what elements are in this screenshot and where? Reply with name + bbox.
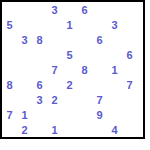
- sudoku-cell-r7c9[interactable]: [122, 92, 137, 108]
- sudoku-cell-r4c4[interactable]: [47, 47, 63, 63]
- sudoku-cell-r2c1[interactable]: 5: [2, 17, 18, 33]
- sudoku-cell-r8c1[interactable]: 7: [2, 107, 18, 123]
- sudoku-cell-r4c1[interactable]: [2, 47, 18, 63]
- sudoku-cell-r1c9[interactable]: [122, 2, 137, 18]
- sudoku-cell-r5c7[interactable]: [92, 62, 108, 78]
- sudoku-cell-r2c4[interactable]: [47, 17, 63, 33]
- sudoku-cell-r2c9[interactable]: [122, 17, 137, 33]
- sudoku-cell-r7c7[interactable]: 7: [92, 92, 108, 108]
- sudoku-cell-r8c2[interactable]: 1: [17, 107, 33, 123]
- sudoku-board: 36513386567818627327719214: [0, 0, 145, 139]
- sudoku-cell-r4c5[interactable]: 5: [62, 47, 78, 63]
- sudoku-cell-r7c5[interactable]: [62, 92, 78, 108]
- sudoku-cell-r1c5[interactable]: [62, 2, 78, 18]
- sudoku-cell-r8c8[interactable]: [107, 107, 123, 123]
- sudoku-cell-r7c8[interactable]: [107, 92, 123, 108]
- sudoku-cell-r2c7[interactable]: [92, 17, 108, 33]
- sudoku-cell-r9c5[interactable]: [62, 122, 78, 137]
- sudoku-cell-r4c8[interactable]: [107, 47, 123, 63]
- sudoku-cell-r8c4[interactable]: [47, 107, 63, 123]
- sudoku-cell-r1c7[interactable]: [92, 2, 108, 18]
- sudoku-cell-r9c2[interactable]: 2: [17, 122, 33, 137]
- sudoku-cell-r1c8[interactable]: [107, 2, 123, 18]
- sudoku-cell-r9c7[interactable]: [92, 122, 108, 137]
- sudoku-cell-r9c8[interactable]: 4: [107, 122, 123, 137]
- sudoku-cell-r5c9[interactable]: [122, 62, 137, 78]
- sudoku-cell-r1c4[interactable]: 3: [47, 2, 63, 18]
- sudoku-cell-r5c8[interactable]: 1: [107, 62, 123, 78]
- sudoku-cell-r2c8[interactable]: 3: [107, 17, 123, 33]
- sudoku-cell-r5c5[interactable]: [62, 62, 78, 78]
- sudoku-cell-r2c2[interactable]: [17, 17, 33, 33]
- sudoku-cell-r8c9[interactable]: [122, 107, 137, 123]
- sudoku-cell-r4c7[interactable]: [92, 47, 108, 63]
- sudoku-cell-r8c5[interactable]: [62, 107, 78, 123]
- sudoku-cell-r2c5[interactable]: 1: [62, 17, 78, 33]
- sudoku-cell-r9c4[interactable]: 1: [47, 122, 63, 137]
- sudoku-cell-r5c2[interactable]: [17, 62, 33, 78]
- sudoku-cell-r7c4[interactable]: 2: [47, 92, 63, 108]
- sudoku-cell-r5c1[interactable]: [2, 62, 18, 78]
- sudoku-cell-r9c9[interactable]: [122, 122, 137, 137]
- sudoku-cell-r1c2[interactable]: [17, 2, 33, 18]
- sudoku-cell-r8c7[interactable]: 9: [92, 107, 108, 123]
- sudoku-cell-r7c2[interactable]: [17, 92, 33, 108]
- sudoku-cell-r5c4[interactable]: 7: [47, 62, 63, 78]
- sudoku-cell-r1c1[interactable]: [2, 2, 18, 18]
- sudoku-cell-r7c1[interactable]: [2, 92, 18, 108]
- sudoku-cell-r4c9[interactable]: 6: [122, 47, 137, 63]
- sudoku-cell-r4c2[interactable]: [17, 47, 33, 63]
- sudoku-cell-r9c1[interactable]: [2, 122, 18, 137]
